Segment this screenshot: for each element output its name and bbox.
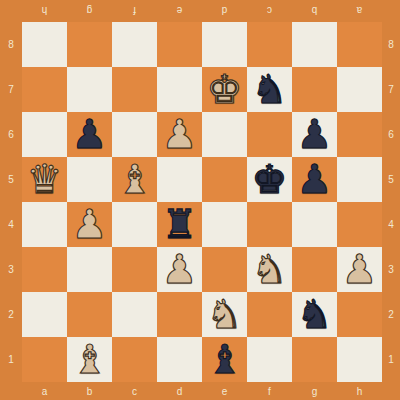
file-label-d: d — [157, 382, 202, 400]
file-label-g: g — [67, 0, 112, 22]
black-pawn[interactable]: ♟ — [72, 114, 108, 154]
rank-label-6: 6 — [0, 112, 22, 157]
square-h2[interactable] — [337, 292, 382, 337]
square-h4[interactable] — [337, 202, 382, 247]
chess-board: ♚♞♟♟♟♛♝♚♟♟♜♟♞♟♞♞♝♝ — [22, 22, 382, 382]
file-labels-top: abcdefgh — [22, 0, 382, 22]
file-label-a: a — [337, 0, 382, 22]
file-labels-bottom: abcdefgh — [22, 382, 382, 400]
black-knight[interactable]: ♞ — [252, 69, 288, 109]
square-f5[interactable]: ♚ — [247, 157, 292, 202]
square-b6[interactable]: ♟ — [67, 112, 112, 157]
rank-label-2: 2 — [0, 292, 22, 337]
file-label-f: f — [112, 0, 157, 22]
square-c5[interactable]: ♝ — [112, 157, 157, 202]
rank-label-3: 3 — [382, 247, 400, 292]
square-a2[interactable] — [22, 292, 67, 337]
square-c2[interactable] — [112, 292, 157, 337]
square-d8[interactable] — [157, 22, 202, 67]
square-a6[interactable] — [22, 112, 67, 157]
square-a8[interactable] — [22, 22, 67, 67]
square-b4[interactable]: ♟ — [67, 202, 112, 247]
square-b5[interactable] — [67, 157, 112, 202]
rank-label-7: 7 — [0, 67, 22, 112]
file-label-e: e — [157, 0, 202, 22]
rank-label-6: 6 — [382, 112, 400, 157]
white-queen[interactable]: ♛ — [27, 159, 63, 199]
square-f3[interactable]: ♞ — [247, 247, 292, 292]
square-f8[interactable] — [247, 22, 292, 67]
file-label-f: f — [247, 382, 292, 400]
square-d5[interactable] — [157, 157, 202, 202]
rank-label-8: 8 — [382, 22, 400, 67]
square-a4[interactable] — [22, 202, 67, 247]
black-king[interactable]: ♚ — [252, 159, 288, 199]
white-knight[interactable]: ♞ — [207, 294, 243, 334]
square-g3[interactable] — [292, 247, 337, 292]
square-c6[interactable] — [112, 112, 157, 157]
square-h3[interactable]: ♟ — [337, 247, 382, 292]
white-knight[interactable]: ♞ — [252, 249, 288, 289]
square-e3[interactable] — [202, 247, 247, 292]
file-label-g: g — [292, 382, 337, 400]
white-pawn[interactable]: ♟ — [72, 204, 108, 244]
rank-labels-left: 87654321 — [0, 22, 22, 382]
file-label-b: b — [292, 0, 337, 22]
square-c7[interactable] — [112, 67, 157, 112]
square-a7[interactable] — [22, 67, 67, 112]
white-pawn[interactable]: ♟ — [342, 249, 378, 289]
file-label-h: h — [22, 0, 67, 22]
square-f6[interactable] — [247, 112, 292, 157]
chess-board-frame: abcdefgh abcdefgh 87654321 87654321 ♚♞♟♟… — [0, 0, 400, 400]
square-h6[interactable] — [337, 112, 382, 157]
rank-label-4: 4 — [0, 202, 22, 247]
square-e4[interactable] — [202, 202, 247, 247]
square-e7[interactable]: ♚ — [202, 67, 247, 112]
square-b1[interactable]: ♝ — [67, 337, 112, 382]
square-h5[interactable] — [337, 157, 382, 202]
square-e2[interactable]: ♞ — [202, 292, 247, 337]
white-pawn[interactable]: ♟ — [162, 249, 198, 289]
black-rook[interactable]: ♜ — [162, 204, 198, 244]
square-f2[interactable] — [247, 292, 292, 337]
square-c8[interactable] — [112, 22, 157, 67]
square-g4[interactable] — [292, 202, 337, 247]
file-label-a: a — [22, 382, 67, 400]
white-bishop[interactable]: ♝ — [72, 339, 108, 379]
square-c3[interactable] — [112, 247, 157, 292]
black-pawn[interactable]: ♟ — [297, 114, 333, 154]
black-bishop[interactable]: ♝ — [207, 339, 243, 379]
rank-label-3: 3 — [0, 247, 22, 292]
file-label-c: c — [247, 0, 292, 22]
square-h8[interactable] — [337, 22, 382, 67]
rank-label-1: 1 — [0, 337, 22, 382]
square-b7[interactable] — [67, 67, 112, 112]
square-a3[interactable] — [22, 247, 67, 292]
white-bishop[interactable]: ♝ — [117, 159, 153, 199]
square-b3[interactable] — [67, 247, 112, 292]
square-d3[interactable]: ♟ — [157, 247, 202, 292]
file-label-b: b — [67, 382, 112, 400]
rank-label-2: 2 — [382, 292, 400, 337]
square-g5[interactable]: ♟ — [292, 157, 337, 202]
square-d7[interactable] — [157, 67, 202, 112]
square-b2[interactable] — [67, 292, 112, 337]
square-e8[interactable] — [202, 22, 247, 67]
black-pawn[interactable]: ♟ — [297, 159, 333, 199]
rank-label-5: 5 — [0, 157, 22, 202]
square-f1[interactable] — [247, 337, 292, 382]
rank-label-4: 4 — [382, 202, 400, 247]
square-c4[interactable] — [112, 202, 157, 247]
square-d2[interactable] — [157, 292, 202, 337]
square-a1[interactable] — [22, 337, 67, 382]
file-label-d: d — [202, 0, 247, 22]
file-label-e: e — [202, 382, 247, 400]
square-g6[interactable]: ♟ — [292, 112, 337, 157]
square-d4[interactable]: ♜ — [157, 202, 202, 247]
square-g2[interactable]: ♞ — [292, 292, 337, 337]
square-e6[interactable] — [202, 112, 247, 157]
square-b8[interactable] — [67, 22, 112, 67]
square-d1[interactable] — [157, 337, 202, 382]
square-f4[interactable] — [247, 202, 292, 247]
square-d6[interactable]: ♟ — [157, 112, 202, 157]
rank-labels-right: 87654321 — [382, 22, 400, 382]
square-g7[interactable] — [292, 67, 337, 112]
rank-label-5: 5 — [382, 157, 400, 202]
square-h7[interactable] — [337, 67, 382, 112]
rank-label-7: 7 — [382, 67, 400, 112]
square-a5[interactable]: ♛ — [22, 157, 67, 202]
square-h1[interactable] — [337, 337, 382, 382]
rank-label-8: 8 — [0, 22, 22, 67]
file-label-h: h — [337, 382, 382, 400]
white-pawn[interactable]: ♟ — [162, 114, 198, 154]
square-c1[interactable] — [112, 337, 157, 382]
black-knight[interactable]: ♞ — [297, 294, 333, 334]
rank-label-1: 1 — [382, 337, 400, 382]
file-label-c: c — [112, 382, 157, 400]
square-f7[interactable]: ♞ — [247, 67, 292, 112]
square-g8[interactable] — [292, 22, 337, 67]
square-e5[interactable] — [202, 157, 247, 202]
white-king[interactable]: ♚ — [207, 69, 243, 109]
square-g1[interactable] — [292, 337, 337, 382]
square-e1[interactable]: ♝ — [202, 337, 247, 382]
